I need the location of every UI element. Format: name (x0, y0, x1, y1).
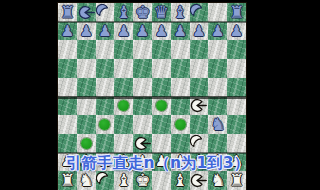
square-r8c4[interactable] (114, 134, 133, 153)
square-r4c10[interactable] (227, 59, 246, 78)
square-r6c8[interactable] (190, 97, 209, 116)
square-r3c4[interactable] (114, 40, 133, 59)
black-bishop-piece[interactable]: ♝ (171, 3, 190, 22)
square-r8c10[interactable] (227, 134, 246, 153)
white-archer-piece[interactable] (190, 171, 209, 190)
square-r6c7[interactable] (171, 97, 190, 116)
square-r4c1[interactable] (58, 59, 77, 78)
black-queen-piece[interactable]: ♛ (152, 3, 171, 22)
square-r3c1[interactable] (58, 40, 77, 59)
move-dot[interactable] (99, 119, 110, 130)
square-r5c3[interactable] (96, 78, 115, 97)
square-r7c5[interactable] (133, 115, 152, 134)
square-r1c8[interactable] (190, 3, 209, 22)
square-r5c2[interactable] (77, 78, 96, 97)
square-r10c6[interactable] (152, 171, 171, 190)
black-pawn-piece[interactable]: ♟ (77, 22, 96, 41)
square-r2c7[interactable]: ♟ (171, 22, 190, 41)
square-r3c8[interactable] (190, 40, 209, 59)
black-pawn-piece[interactable]: ♟ (208, 22, 227, 41)
square-r8c6[interactable] (152, 134, 171, 153)
square-r2c2[interactable]: ♟ (77, 22, 96, 41)
white-moon-piece[interactable] (190, 134, 209, 153)
square-r5c1[interactable] (58, 78, 77, 97)
square-r10c9[interactable]: ♞ (208, 171, 227, 190)
black-pawn-piece[interactable]: ♟ (227, 22, 246, 41)
square-r2c3[interactable]: ♟ (96, 22, 115, 41)
square-r1c4[interactable]: ♝ (114, 3, 133, 22)
square-r6c6[interactable] (152, 97, 171, 116)
black-archer-piece[interactable] (77, 3, 96, 22)
square-r5c5[interactable] (133, 78, 152, 97)
move-dot[interactable] (156, 100, 167, 111)
black-rook-piece[interactable]: ♜ (58, 3, 77, 22)
white-bishop-piece[interactable]: ♝ (171, 171, 190, 190)
move-dot[interactable] (175, 119, 186, 130)
square-r4c8[interactable] (190, 59, 209, 78)
square-r10c3[interactable] (96, 171, 115, 190)
square-r3c6[interactable] (152, 40, 171, 59)
square-r7c4[interactable] (114, 115, 133, 134)
square-r2c4[interactable]: ♟ (114, 22, 133, 41)
move-dot[interactable] (118, 100, 129, 111)
square-r8c9[interactable] (208, 134, 227, 153)
square-r8c5[interactable] (133, 134, 152, 153)
square-r4c2[interactable] (77, 59, 96, 78)
square-r6c5[interactable] (133, 97, 152, 116)
caption-text: 引箭手直走n（n为1到3） (66, 153, 249, 174)
square-r8c2[interactable] (77, 134, 96, 153)
black-knight-piece[interactable]: ♞ (208, 115, 227, 134)
square-r1c9[interactable] (208, 3, 227, 22)
white-knight-piece[interactable]: ♞ (208, 171, 227, 190)
black-pawn-piece[interactable]: ♟ (133, 22, 152, 41)
square-r8c7[interactable] (171, 134, 190, 153)
square-r3c7[interactable] (171, 40, 190, 59)
square-r10c2[interactable]: ♞ (77, 171, 96, 190)
square-r5c6[interactable] (152, 78, 171, 97)
square-r7c3[interactable] (96, 115, 115, 134)
square-r4c7[interactable] (171, 59, 190, 78)
white-moon-piece[interactable] (96, 171, 115, 190)
black-pawn-piece[interactable]: ♟ (171, 22, 190, 41)
square-r5c9[interactable] (208, 78, 227, 97)
square-r3c5[interactable] (133, 40, 152, 59)
square-r1c3[interactable] (96, 3, 115, 22)
square-r10c4[interactable]: ♝ (114, 171, 133, 190)
black-bishop-piece[interactable]: ♝ (114, 3, 133, 22)
white-archer-piece[interactable] (133, 134, 152, 153)
square-r8c8[interactable] (190, 134, 209, 153)
square-r7c1[interactable] (58, 115, 77, 134)
white-archer-piece[interactable] (190, 97, 209, 116)
square-r5c8[interactable] (190, 78, 209, 97)
square-r6c9[interactable] (208, 97, 227, 116)
square-r7c7[interactable] (171, 115, 190, 134)
black-king-piece[interactable]: ♚ (133, 3, 152, 22)
square-r1c1[interactable]: ♜ (58, 3, 77, 22)
white-rook-piece[interactable]: ♜ (227, 171, 246, 190)
square-r3c2[interactable] (77, 40, 96, 59)
square-r6c2[interactable] (77, 97, 96, 116)
square-r1c7[interactable]: ♝ (171, 3, 190, 22)
square-r7c10[interactable] (227, 115, 246, 134)
black-pawn-piece[interactable]: ♟ (114, 22, 133, 41)
square-r5c4[interactable] (114, 78, 133, 97)
square-r3c10[interactable] (227, 40, 246, 59)
square-r6c10[interactable] (227, 97, 246, 116)
square-r6c4[interactable] (114, 97, 133, 116)
square-r7c8[interactable] (190, 115, 209, 134)
square-r6c1[interactable] (58, 97, 77, 116)
square-r8c3[interactable] (96, 134, 115, 153)
square-r2c9[interactable]: ♟ (208, 22, 227, 41)
square-r10c5[interactable]: ♚ (133, 171, 152, 190)
move-dot[interactable] (81, 138, 92, 149)
square-r1c6[interactable]: ♛ (152, 3, 171, 22)
square-r10c8[interactable] (190, 171, 209, 190)
black-pawn-piece[interactable]: ♟ (152, 22, 171, 41)
square-r8c1[interactable] (58, 134, 77, 153)
square-r1c2[interactable] (77, 3, 96, 22)
square-r3c9[interactable] (208, 40, 227, 59)
black-moon-piece[interactable] (190, 3, 209, 22)
black-rook-piece[interactable]: ♜ (227, 3, 246, 22)
square-r4c4[interactable] (114, 59, 133, 78)
black-pawn-piece[interactable]: ♟ (190, 22, 209, 41)
square-r3c3[interactable] (96, 40, 115, 59)
black-pawn-piece[interactable]: ♟ (96, 22, 115, 41)
square-r2c1[interactable]: ♟ (58, 22, 77, 41)
square-r4c6[interactable] (152, 59, 171, 78)
square-r2c6[interactable]: ♟ (152, 22, 171, 41)
square-r7c9[interactable]: ♞ (208, 115, 227, 134)
square-r7c6[interactable] (152, 115, 171, 134)
square-r4c3[interactable] (96, 59, 115, 78)
square-r10c10[interactable]: ♜ (227, 171, 246, 190)
white-knight-piece[interactable]: ♞ (77, 171, 96, 190)
square-r10c7[interactable]: ♝ (171, 171, 190, 190)
square-r2c5[interactable]: ♟ (133, 22, 152, 41)
white-rook-piece[interactable]: ♜ (58, 171, 77, 190)
square-r5c10[interactable] (227, 78, 246, 97)
black-moon-piece[interactable] (96, 3, 115, 22)
square-r2c8[interactable]: ♟ (190, 22, 209, 41)
square-r4c5[interactable] (133, 59, 152, 78)
square-r4c9[interactable] (208, 59, 227, 78)
square-r1c10[interactable]: ♜ (227, 3, 246, 22)
white-king-piece[interactable]: ♚ (133, 171, 152, 190)
square-r7c2[interactable] (77, 115, 96, 134)
square-r5c7[interactable] (171, 78, 190, 97)
white-bishop-piece[interactable]: ♝ (114, 171, 133, 190)
square-r6c3[interactable] (96, 97, 115, 116)
square-r2c10[interactable]: ♟ (227, 22, 246, 41)
square-r1c5[interactable]: ♚ (133, 3, 152, 22)
black-pawn-piece[interactable]: ♟ (58, 22, 77, 41)
square-r10c1[interactable]: ♜ (58, 171, 77, 190)
